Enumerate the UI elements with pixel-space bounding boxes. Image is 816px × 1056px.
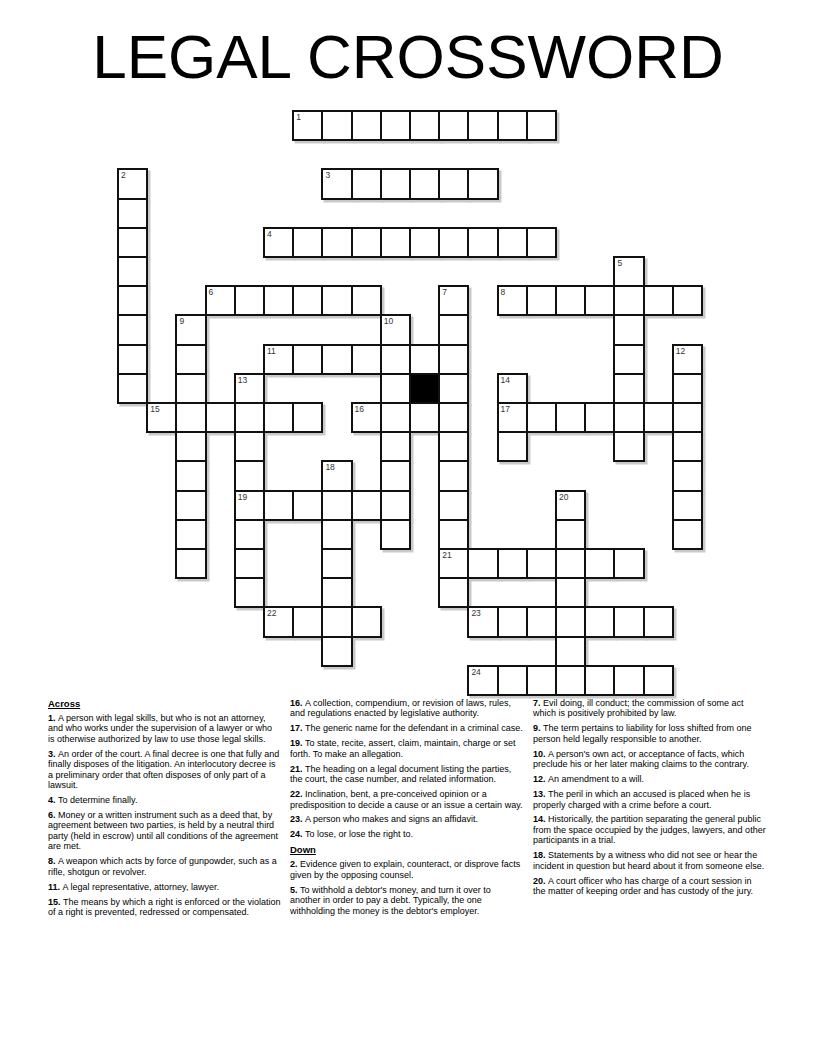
- grid-cell[interactable]: [497, 606, 528, 637]
- clue-item: 17. The generic name for the defendant i…: [290, 723, 523, 733]
- clue-text: An order of the court. A final decree is…: [48, 749, 279, 790]
- grid-cell[interactable]: [175, 519, 206, 550]
- grid-cell[interactable]: [321, 285, 352, 316]
- grid-cell[interactable]: [438, 577, 469, 608]
- grid-cell[interactable]: [351, 227, 382, 258]
- clue-text: Inclination, bent, a pre-conceived opini…: [290, 789, 522, 809]
- grid-cell[interactable]: [117, 227, 148, 258]
- grid-cell[interactable]: 12: [672, 344, 703, 375]
- grid-cell[interactable]: [613, 431, 644, 462]
- grid-cell[interactable]: [526, 227, 557, 258]
- cell-number: 2: [121, 170, 126, 180]
- clue-text: A person who makes and signs an affidavi…: [305, 814, 478, 824]
- clue-item: 16. A collection, compendium, or revisio…: [290, 698, 523, 719]
- cell-number: 15: [150, 404, 159, 414]
- grid-cell[interactable]: [438, 490, 469, 521]
- grid-cell[interactable]: [497, 548, 528, 579]
- clue-text: To determine finally.: [58, 795, 137, 805]
- grid-cell[interactable]: [117, 344, 148, 375]
- grid-cell[interactable]: [555, 636, 586, 667]
- clue-number: 11.: [48, 882, 63, 892]
- grid-cell[interactable]: [555, 402, 586, 433]
- grid-cell[interactable]: [234, 402, 265, 433]
- grid-cell[interactable]: [613, 548, 644, 579]
- clue-item: 15. The means by which a right is enforc…: [48, 897, 281, 918]
- clue-column: 7. Evil doing, ill conduct; the commissi…: [533, 698, 766, 901]
- clue-number: 3.: [48, 749, 58, 759]
- clue-number: 20.: [533, 876, 548, 886]
- clue-list-header: Across: [48, 698, 281, 709]
- grid-cell[interactable]: [321, 519, 352, 550]
- grid-cell[interactable]: [117, 373, 148, 404]
- clue-number: 15.: [48, 897, 63, 907]
- grid-cell[interactable]: [351, 285, 382, 316]
- grid-cell[interactable]: [438, 344, 469, 375]
- grid-cell[interactable]: [380, 168, 411, 199]
- clue-item: 3. An order of the court. A final decree…: [48, 749, 281, 791]
- grid-cell[interactable]: [292, 344, 323, 375]
- grid-cell[interactable]: [292, 490, 323, 521]
- clue-text: A court officer who has charge of a cour…: [533, 876, 753, 896]
- grid-cell[interactable]: [672, 490, 703, 521]
- clue-item: 22. Inclination, bent, a pre-conceived o…: [290, 789, 523, 810]
- clue-number: 9.: [533, 723, 543, 733]
- grid-cell[interactable]: [263, 402, 294, 433]
- grid-cell[interactable]: [234, 519, 265, 550]
- clue-number: 5.: [290, 885, 300, 895]
- grid-cell[interactable]: [380, 402, 411, 433]
- cell-number: 9: [179, 316, 184, 326]
- clue-text: The peril in which an accused is placed …: [533, 789, 750, 809]
- clue-text: Evidence given to explain, counteract, o…: [290, 859, 520, 879]
- grid-cell[interactable]: [380, 373, 411, 404]
- grid-cell[interactable]: [497, 227, 528, 258]
- grid-cell[interactable]: [438, 227, 469, 258]
- grid-cell[interactable]: [175, 344, 206, 375]
- grid-cell[interactable]: 16: [351, 402, 382, 433]
- clue-number: 16.: [290, 698, 305, 708]
- clue-number: 21.: [290, 764, 305, 774]
- grid-cell[interactable]: [643, 402, 674, 433]
- grid-cell[interactable]: 6: [205, 285, 236, 316]
- grid-cell[interactable]: [175, 460, 206, 491]
- clue-item: 24. To lose, or lose the right to.: [290, 829, 523, 839]
- grid-cell[interactable]: [438, 519, 469, 550]
- clue-item: 2. Evidence given to explain, counteract…: [290, 859, 523, 880]
- grid-cell[interactable]: [584, 548, 615, 579]
- grid-cell[interactable]: [234, 460, 265, 491]
- cell-number: 10: [384, 316, 393, 326]
- grid-cell[interactable]: [555, 606, 586, 637]
- grid-cell[interactable]: [467, 548, 498, 579]
- grid-cell[interactable]: [321, 548, 352, 579]
- grid-cell[interactable]: 2: [117, 168, 148, 199]
- cell-number: 7: [442, 287, 447, 297]
- grid-cell[interactable]: [613, 314, 644, 345]
- grid-cell[interactable]: 23: [467, 606, 498, 637]
- cell-number: 13: [238, 375, 247, 385]
- grid-cell[interactable]: [351, 606, 382, 637]
- grid-cell[interactable]: 5: [613, 256, 644, 287]
- grid-cell[interactable]: [380, 490, 411, 521]
- grid-cell[interactable]: [234, 577, 265, 608]
- grid-cell[interactable]: [321, 110, 352, 141]
- clue-item: 7. Evil doing, ill conduct; the commissi…: [533, 698, 766, 719]
- grid-cell[interactable]: [234, 431, 265, 462]
- grid-cell[interactable]: [555, 665, 586, 696]
- cell-number: 11: [267, 346, 276, 356]
- crossword-page: LEGAL CROSSWORD 123456789101112131415161…: [0, 0, 816, 1056]
- grid-cell[interactable]: [321, 606, 352, 637]
- grid-cell[interactable]: 17: [497, 402, 528, 433]
- grid-cell[interactable]: [117, 285, 148, 316]
- grid-cell[interactable]: [555, 577, 586, 608]
- cell-number: 17: [501, 404, 510, 414]
- grid-cell[interactable]: [497, 110, 528, 141]
- clue-text: Statements by a witness who did not see …: [533, 850, 764, 870]
- grid-cell[interactable]: [351, 344, 382, 375]
- cell-number: 14: [501, 375, 510, 385]
- grid-cell[interactable]: [321, 227, 352, 258]
- grid-cell[interactable]: [409, 402, 440, 433]
- cell-number: 22: [267, 608, 276, 618]
- clue-item: 19. To state, recite, assert, claim, mai…: [290, 738, 523, 759]
- grid-cell[interactable]: [205, 402, 236, 433]
- grid-cell[interactable]: [175, 373, 206, 404]
- grid-cell[interactable]: [380, 431, 411, 462]
- grid-cell[interactable]: [175, 490, 206, 521]
- cell-number: 21: [442, 550, 451, 560]
- grid-cell[interactable]: [263, 285, 294, 316]
- cell-number: 18: [325, 462, 334, 472]
- clue-text: A person with legal skills, but who is n…: [48, 713, 272, 744]
- cell-number: 20: [559, 492, 568, 502]
- grid-cell[interactable]: [526, 402, 557, 433]
- clue-number: 18.: [533, 850, 548, 860]
- clue-item: 10. A person's own act, or acceptance of…: [533, 749, 766, 770]
- grid-cell[interactable]: 11: [263, 344, 294, 375]
- grid-cell[interactable]: [380, 460, 411, 491]
- clue-text: A weapon which acts by force of gunpowde…: [48, 856, 277, 876]
- grid-cell[interactable]: [613, 373, 644, 404]
- grid-cell[interactable]: [292, 227, 323, 258]
- grid-cell[interactable]: [526, 665, 557, 696]
- cell-number: 24: [471, 667, 480, 677]
- clue-item: 1. A person with legal skills, but who i…: [48, 713, 281, 744]
- grid-cell[interactable]: [613, 285, 644, 316]
- grid-cell[interactable]: [672, 285, 703, 316]
- grid-cell[interactable]: [380, 110, 411, 141]
- grid-cell[interactable]: [555, 548, 586, 579]
- clue-item: 4. To determine finally.: [48, 795, 281, 805]
- grid-cell[interactable]: [351, 168, 382, 199]
- cell-number: 3: [325, 170, 330, 180]
- grid-cell[interactable]: 7: [438, 285, 469, 316]
- cell-number: 19: [238, 492, 247, 502]
- grid-cell[interactable]: [643, 665, 674, 696]
- clue-number: 7.: [533, 698, 543, 708]
- grid-cell[interactable]: [555, 285, 586, 316]
- grid-cell[interactable]: [584, 665, 615, 696]
- clue-item: 20. A court officer who has charge of a …: [533, 876, 766, 897]
- grid-cell[interactable]: [672, 460, 703, 491]
- clue-text: An amendment to a will.: [548, 774, 644, 784]
- grid-cell[interactable]: [526, 285, 557, 316]
- grid-cell[interactable]: [175, 402, 206, 433]
- cell-number: 4: [267, 229, 272, 239]
- grid-cell[interactable]: [643, 285, 674, 316]
- clue-text: Evil doing, ill conduct; the commission …: [533, 698, 744, 718]
- clue-number: 10.: [533, 749, 548, 759]
- grid-cell[interactable]: 9: [175, 314, 206, 345]
- clue-number: 12.: [533, 774, 548, 784]
- clue-number: 22.: [290, 789, 305, 799]
- grid-cell[interactable]: [380, 227, 411, 258]
- clue-item: 21. The heading on a legal document list…: [290, 764, 523, 785]
- grid-cell[interactable]: [117, 256, 148, 287]
- grid-cell[interactable]: 15: [146, 402, 177, 433]
- grid-cell[interactable]: [467, 168, 498, 199]
- grid-cell[interactable]: [438, 110, 469, 141]
- grid-cell[interactable]: [438, 402, 469, 433]
- grid-cell[interactable]: [438, 460, 469, 491]
- grid-cell[interactable]: [613, 344, 644, 375]
- clue-number: 23.: [290, 814, 305, 824]
- grid-cell[interactable]: [117, 314, 148, 345]
- grid-cell[interactable]: [234, 548, 265, 579]
- clue-number: 6.: [48, 810, 58, 820]
- clue-item: 18. Statements by a witness who did not …: [533, 850, 766, 871]
- grid-cell[interactable]: 24: [467, 665, 498, 696]
- cell-number: 8: [501, 287, 506, 297]
- clue-text: Money or a written instrument such as a …: [48, 810, 278, 851]
- clue-number: 14.: [533, 814, 548, 824]
- cell-number: 6: [209, 287, 214, 297]
- clue-text: To state, recite, assert, claim, maintai…: [290, 738, 516, 758]
- grid-cell[interactable]: [409, 168, 440, 199]
- clue-text: The generic name for the defendant in a …: [305, 723, 523, 733]
- grid-cell[interactable]: 3: [321, 168, 352, 199]
- clue-text: Historically, the partition separating t…: [533, 814, 766, 845]
- clue-text: A person's own act, or acceptance of fac…: [533, 749, 749, 769]
- clue-item: 5. To withhold a debtor's money, and tur…: [290, 885, 523, 916]
- grid-cell[interactable]: [438, 314, 469, 345]
- grid-cell[interactable]: [409, 227, 440, 258]
- grid-cell[interactable]: [526, 110, 557, 141]
- clue-item: 6. Money or a written instrument such as…: [48, 810, 281, 852]
- grid-cell[interactable]: [409, 110, 440, 141]
- grid-cell[interactable]: [321, 344, 352, 375]
- grid-cell[interactable]: [438, 431, 469, 462]
- grid-cell[interactable]: [409, 344, 440, 375]
- clue-text: The term pertains to liability for loss …: [533, 723, 752, 743]
- grid-cell[interactable]: [438, 373, 469, 404]
- clue-item: 12. An amendment to a will.: [533, 774, 766, 784]
- grid-cell[interactable]: [263, 490, 294, 521]
- clue-item: 23. A person who makes and signs an affi…: [290, 814, 523, 824]
- grid-cell[interactable]: [321, 636, 352, 667]
- grid-cell[interactable]: 19: [234, 490, 265, 521]
- grid-cell[interactable]: 13: [234, 373, 265, 404]
- grid-cell[interactable]: [613, 665, 644, 696]
- cell-number: 12: [676, 346, 685, 356]
- clue-number: 2.: [290, 859, 300, 869]
- crossword-grid: 123456789101112131415161718192021222324: [0, 0, 816, 700]
- clue-text: A legal representative, attorney, lawyer…: [63, 882, 219, 892]
- grid-cell[interactable]: [321, 577, 352, 608]
- clue-number: 19.: [290, 738, 305, 748]
- grid-cell[interactable]: [292, 606, 323, 637]
- clue-number: 1.: [48, 713, 58, 723]
- grid-cell[interactable]: [497, 665, 528, 696]
- grid-cell[interactable]: [497, 431, 528, 462]
- clue-text: To lose, or lose the right to.: [305, 829, 413, 839]
- cell-number: 5: [617, 258, 622, 268]
- grid-cell[interactable]: [643, 606, 674, 637]
- clue-text: A collection, compendium, or revision of…: [290, 698, 511, 718]
- black-cell: [409, 373, 440, 404]
- grid-cell[interactable]: [351, 490, 382, 521]
- cell-number: 23: [471, 608, 480, 618]
- clue-item: 9. The term pertains to liability for lo…: [533, 723, 766, 744]
- grid-cell[interactable]: [613, 606, 644, 637]
- grid-cell[interactable]: 8: [497, 285, 528, 316]
- grid-cell[interactable]: [175, 431, 206, 462]
- grid-cell[interactable]: [584, 606, 615, 637]
- grid-cell[interactable]: [438, 168, 469, 199]
- clue-number: 24.: [290, 829, 305, 839]
- clue-number: 13.: [533, 789, 548, 799]
- clue-number: 17.: [290, 723, 305, 733]
- grid-cell[interactable]: [613, 402, 644, 433]
- grid-cell[interactable]: [555, 519, 586, 550]
- clue-text: To withhold a debtor's money, and turn i…: [290, 885, 491, 916]
- grid-cell[interactable]: [584, 402, 615, 433]
- clue-column: Across1. A person with legal skills, but…: [48, 698, 281, 922]
- grid-cell[interactable]: [467, 110, 498, 141]
- grid-cell[interactable]: 20: [555, 490, 586, 521]
- grid-cell[interactable]: [672, 431, 703, 462]
- grid-cell[interactable]: 21: [438, 548, 469, 579]
- grid-cell[interactable]: [672, 402, 703, 433]
- grid-cell[interactable]: 22: [263, 606, 294, 637]
- grid-cell[interactable]: [321, 490, 352, 521]
- clue-item: 13. The peril in which an accused is pla…: [533, 789, 766, 810]
- grid-cell[interactable]: [351, 110, 382, 141]
- grid-cell[interactable]: [467, 227, 498, 258]
- clue-item: 8. A weapon which acts by force of gunpo…: [48, 856, 281, 877]
- clue-text: The heading on a legal document listing …: [290, 764, 511, 784]
- grid-cell[interactable]: [117, 198, 148, 229]
- grid-cell[interactable]: 14: [497, 373, 528, 404]
- grid-cell[interactable]: [175, 548, 206, 579]
- clue-item: 14. Historically, the partition separati…: [533, 814, 766, 845]
- clue-item: 11. A legal representative, attorney, la…: [48, 882, 281, 892]
- grid-cell[interactable]: [380, 344, 411, 375]
- cell-number: 1: [296, 112, 301, 122]
- clue-number: 4.: [48, 795, 58, 805]
- grid-cell[interactable]: 1: [292, 110, 323, 141]
- grid-cell[interactable]: 10: [380, 314, 411, 345]
- grid-cell[interactable]: [380, 519, 411, 550]
- grid-cell[interactable]: 4: [263, 227, 294, 258]
- cell-number: 16: [355, 404, 364, 414]
- grid-cell[interactable]: [672, 373, 703, 404]
- grid-cell[interactable]: [292, 402, 323, 433]
- grid-cell[interactable]: [526, 548, 557, 579]
- grid-cell[interactable]: [584, 285, 615, 316]
- clue-list-header: Down: [290, 844, 523, 855]
- grid-cell[interactable]: [672, 519, 703, 550]
- grid-cell[interactable]: [234, 285, 265, 316]
- clue-column: 16. A collection, compendium, or revisio…: [290, 698, 523, 921]
- clue-text: The means by which a right is enforced o…: [48, 897, 281, 917]
- grid-cell[interactable]: [292, 285, 323, 316]
- clue-number: 8.: [48, 856, 58, 866]
- grid-cell[interactable]: [526, 606, 557, 637]
- grid-cell[interactable]: 18: [321, 460, 352, 491]
